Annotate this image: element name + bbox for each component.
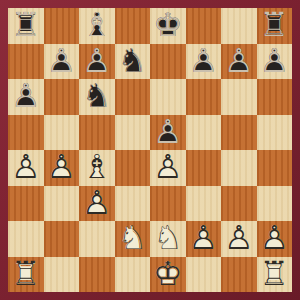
piece-outline-glyph: ♙	[79, 186, 115, 222]
square-b3[interactable]	[44, 186, 80, 222]
piece-outline-glyph: ♖	[8, 257, 44, 293]
piece-outline-glyph: ♘	[115, 44, 151, 80]
black-rook-piece: ♜♖	[257, 8, 293, 44]
square-h5[interactable]	[257, 115, 293, 151]
square-d5[interactable]	[115, 115, 151, 151]
square-c1[interactable]	[79, 257, 115, 293]
square-a1[interactable]: ♜♖	[8, 257, 44, 293]
black-king-piece: ♚♔	[150, 8, 186, 44]
black-pawn-piece: ♟♙	[8, 79, 44, 115]
square-c4[interactable]: ♝♗	[79, 150, 115, 186]
piece-outline-glyph: ♖	[257, 8, 293, 44]
square-f2[interactable]: ♟♙	[186, 221, 222, 257]
square-f7[interactable]: ♟♙	[186, 44, 222, 80]
square-c7[interactable]: ♟♙	[79, 44, 115, 80]
square-e3[interactable]	[150, 186, 186, 222]
black-pawn-piece: ♟♙	[257, 44, 293, 80]
square-e4[interactable]: ♟♙	[150, 150, 186, 186]
square-d8[interactable]	[115, 8, 151, 44]
square-g4[interactable]	[221, 150, 257, 186]
piece-outline-glyph: ♙	[221, 221, 257, 257]
square-g5[interactable]	[221, 115, 257, 151]
square-c2[interactable]	[79, 221, 115, 257]
square-h1[interactable]: ♜♖	[257, 257, 293, 293]
square-a5[interactable]	[8, 115, 44, 151]
square-f3[interactable]	[186, 186, 222, 222]
black-rook-piece: ♜♖	[8, 8, 44, 44]
square-c5[interactable]	[79, 115, 115, 151]
white-king-piece: ♚♔	[150, 257, 186, 293]
black-pawn-piece: ♟♙	[150, 115, 186, 151]
square-d2[interactable]: ♞♘	[115, 221, 151, 257]
white-knight-piece: ♞♘	[115, 221, 151, 257]
white-pawn-piece: ♟♙	[150, 150, 186, 186]
square-d3[interactable]	[115, 186, 151, 222]
square-g6[interactable]	[221, 79, 257, 115]
square-e8[interactable]: ♚♔	[150, 8, 186, 44]
square-g2[interactable]: ♟♙	[221, 221, 257, 257]
square-a3[interactable]	[8, 186, 44, 222]
piece-outline-glyph: ♙	[186, 221, 222, 257]
piece-outline-glyph: ♙	[8, 79, 44, 115]
square-f5[interactable]	[186, 115, 222, 151]
black-pawn-piece: ♟♙	[44, 44, 80, 80]
piece-outline-glyph: ♙	[8, 150, 44, 186]
square-a7[interactable]	[8, 44, 44, 80]
white-pawn-piece: ♟♙	[44, 150, 80, 186]
square-h4[interactable]	[257, 150, 293, 186]
black-pawn-piece: ♟♙	[186, 44, 222, 80]
piece-outline-glyph: ♙	[79, 44, 115, 80]
square-c6[interactable]: ♞♘	[79, 79, 115, 115]
square-d6[interactable]	[115, 79, 151, 115]
square-f1[interactable]	[186, 257, 222, 293]
piece-outline-glyph: ♘	[79, 79, 115, 115]
square-h7[interactable]: ♟♙	[257, 44, 293, 80]
piece-outline-glyph: ♗	[79, 8, 115, 44]
square-d7[interactable]: ♞♘	[115, 44, 151, 80]
piece-outline-glyph: ♗	[79, 150, 115, 186]
piece-outline-glyph: ♙	[44, 44, 80, 80]
square-a4[interactable]: ♟♙	[8, 150, 44, 186]
piece-outline-glyph: ♙	[186, 44, 222, 80]
square-d4[interactable]	[115, 150, 151, 186]
square-e7[interactable]	[150, 44, 186, 80]
chess-board-frame: ♜♖♝♗♚♔♜♖♟♙♟♙♞♘♟♙♟♙♟♙♟♙♞♘♟♙♟♙♟♙♝♗♟♙♟♙♞♘♞♘…	[0, 0, 300, 300]
square-b6[interactable]	[44, 79, 80, 115]
chess-board: ♜♖♝♗♚♔♜♖♟♙♟♙♞♘♟♙♟♙♟♙♟♙♞♘♟♙♟♙♟♙♝♗♟♙♟♙♞♘♞♘…	[8, 8, 292, 292]
piece-outline-glyph: ♙	[150, 150, 186, 186]
square-a8[interactable]: ♜♖	[8, 8, 44, 44]
square-e1[interactable]: ♚♔	[150, 257, 186, 293]
square-c8[interactable]: ♝♗	[79, 8, 115, 44]
piece-outline-glyph: ♖	[257, 257, 293, 293]
black-knight-piece: ♞♘	[115, 44, 151, 80]
white-pawn-piece: ♟♙	[257, 221, 293, 257]
white-pawn-piece: ♟♙	[221, 221, 257, 257]
square-e5[interactable]: ♟♙	[150, 115, 186, 151]
square-e2[interactable]: ♞♘	[150, 221, 186, 257]
white-pawn-piece: ♟♙	[186, 221, 222, 257]
white-pawn-piece: ♟♙	[8, 150, 44, 186]
square-h2[interactable]: ♟♙	[257, 221, 293, 257]
white-pawn-piece: ♟♙	[79, 186, 115, 222]
piece-outline-glyph: ♘	[150, 221, 186, 257]
square-g1[interactable]	[221, 257, 257, 293]
square-g3[interactable]	[221, 186, 257, 222]
square-h8[interactable]: ♜♖	[257, 8, 293, 44]
piece-outline-glyph: ♙	[257, 44, 293, 80]
white-knight-piece: ♞♘	[150, 221, 186, 257]
square-f8[interactable]	[186, 8, 222, 44]
piece-outline-glyph: ♙	[150, 115, 186, 151]
square-c3[interactable]: ♟♙	[79, 186, 115, 222]
square-g8[interactable]	[221, 8, 257, 44]
piece-outline-glyph: ♙	[44, 150, 80, 186]
square-b8[interactable]	[44, 8, 80, 44]
white-rook-piece: ♜♖	[257, 257, 293, 293]
piece-outline-glyph: ♔	[150, 8, 186, 44]
square-b2[interactable]	[44, 221, 80, 257]
black-pawn-piece: ♟♙	[79, 44, 115, 80]
square-a6[interactable]: ♟♙	[8, 79, 44, 115]
square-h6[interactable]	[257, 79, 293, 115]
square-f4[interactable]	[186, 150, 222, 186]
piece-outline-glyph: ♙	[257, 221, 293, 257]
square-f6[interactable]	[186, 79, 222, 115]
square-e6[interactable]	[150, 79, 186, 115]
square-b5[interactable]	[44, 115, 80, 151]
square-b1[interactable]	[44, 257, 80, 293]
black-knight-piece: ♞♘	[79, 79, 115, 115]
square-h3[interactable]	[257, 186, 293, 222]
piece-outline-glyph: ♔	[150, 257, 186, 293]
white-rook-piece: ♜♖	[8, 257, 44, 293]
white-bishop-piece: ♝♗	[79, 150, 115, 186]
square-b7[interactable]: ♟♙	[44, 44, 80, 80]
piece-outline-glyph: ♖	[8, 8, 44, 44]
square-a2[interactable]	[8, 221, 44, 257]
square-b4[interactable]: ♟♙	[44, 150, 80, 186]
piece-outline-glyph: ♙	[221, 44, 257, 80]
black-bishop-piece: ♝♗	[79, 8, 115, 44]
square-d1[interactable]	[115, 257, 151, 293]
black-pawn-piece: ♟♙	[221, 44, 257, 80]
piece-outline-glyph: ♘	[115, 221, 151, 257]
square-g7[interactable]: ♟♙	[221, 44, 257, 80]
